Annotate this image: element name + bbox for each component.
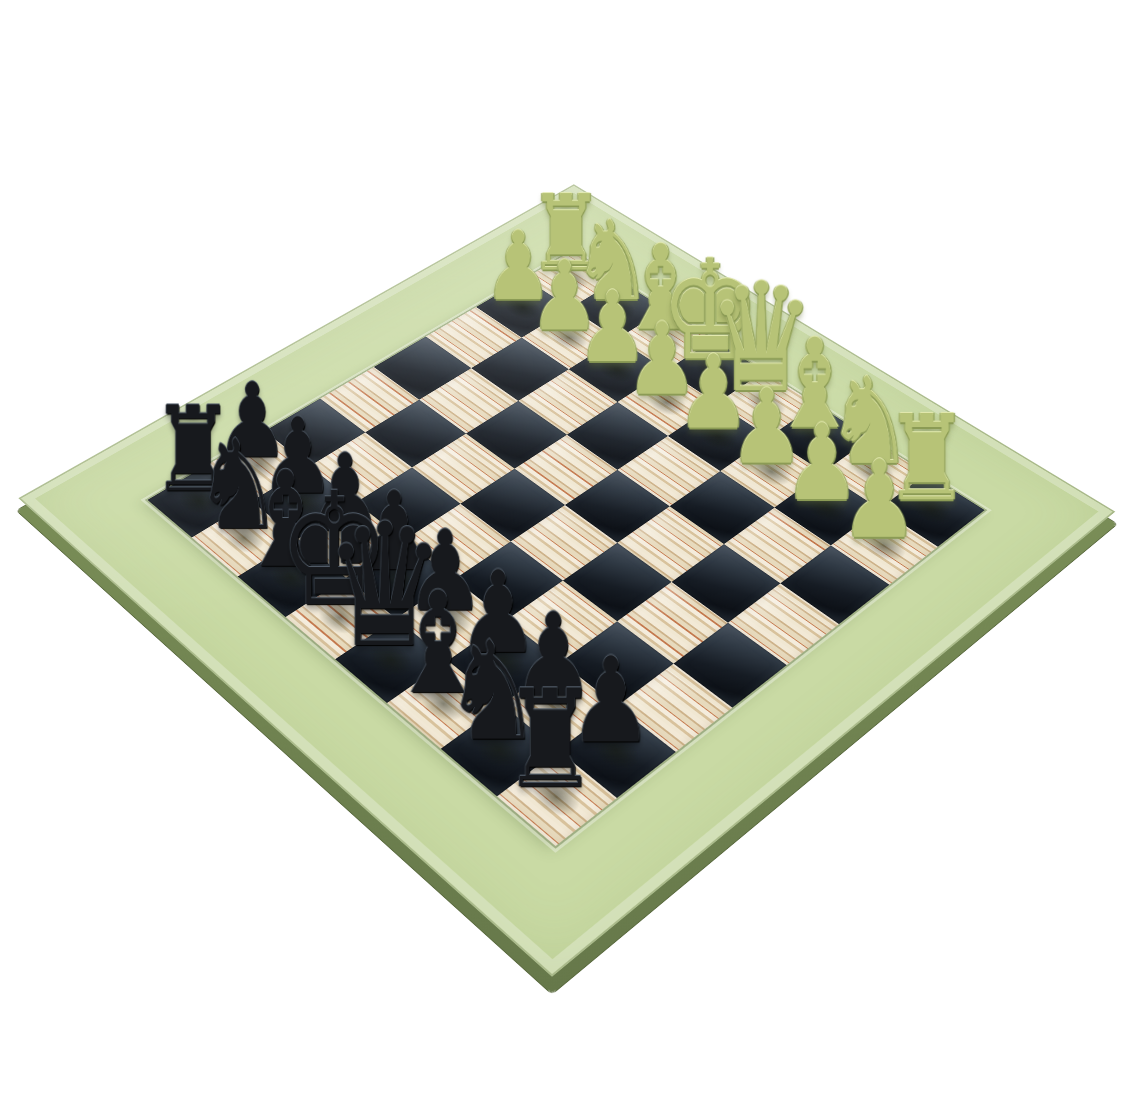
piece-black-rook-a8[interactable]: ♜	[481, 667, 619, 803]
chess-board: ♜♞♝♚♛♝♞♜♟♟♟♟♟♟♟♟♟♟♟♟♟♟♟♟♜♞♝♚♛♝♞♜	[18, 184, 1115, 977]
piece-green-pawn-a2[interactable]: ♟	[818, 443, 941, 550]
product-photo-scene: ♜♞♝♚♛♝♞♜♟♟♟♟♟♟♟♟♟♟♟♟♟♟♟♟♜♞♝♚♛♝♞♜	[0, 0, 1140, 1100]
